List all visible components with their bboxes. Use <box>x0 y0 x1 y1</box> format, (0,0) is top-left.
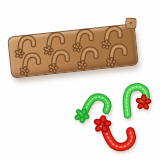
mold-hang-hole <box>129 22 132 25</box>
silicone-mold <box>7 23 139 78</box>
product-photo <box>0 0 160 160</box>
mold-cavity-grid <box>8 25 137 78</box>
gummy-candy <box>92 112 142 160</box>
mold-hang-tab-icon <box>125 18 136 29</box>
